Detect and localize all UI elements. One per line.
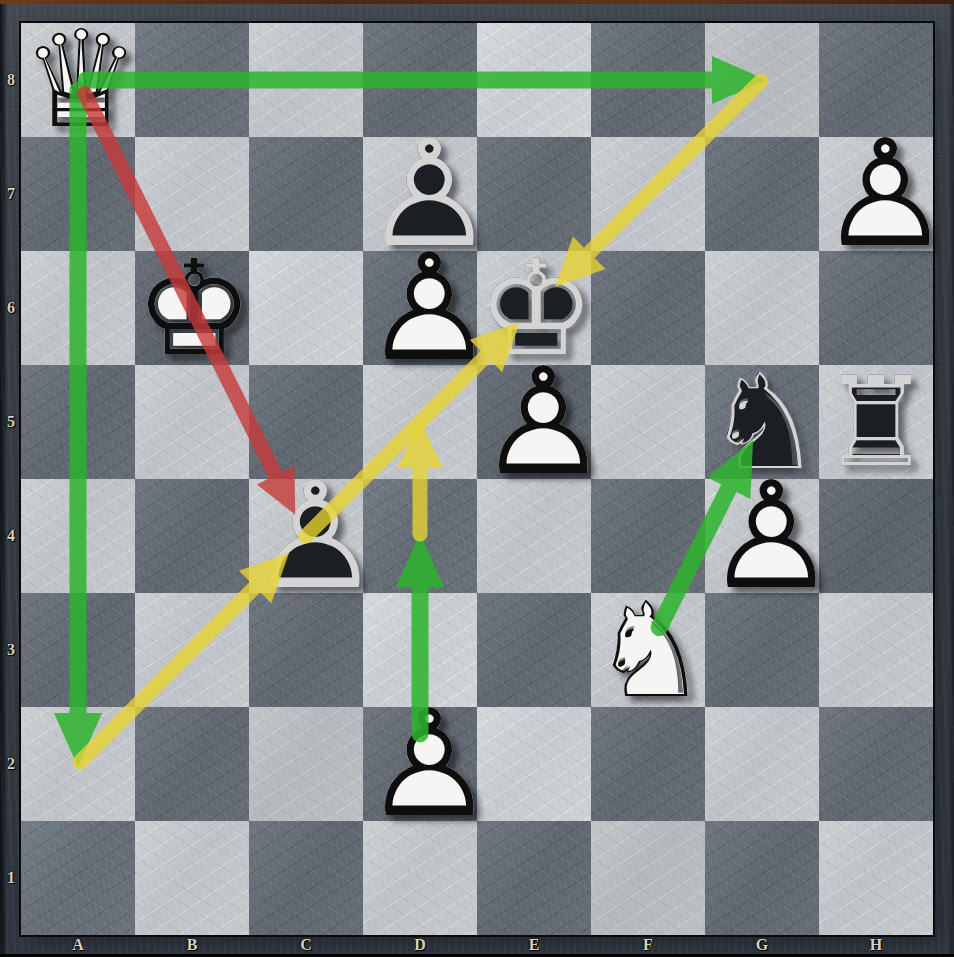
piece-white-pawn-h7[interactable]: ♟♙ [819, 137, 933, 251]
pawn-outline: ♙ [477, 365, 591, 479]
file-label-d: D [363, 935, 477, 957]
chess-analysis-board: ♛♕♟♙♟♙♚♔♟♙♚♔♟♙♞♘♜♖♟♙♟♙♞♘♟♙ ABCDEFGH87654… [0, 0, 954, 957]
rank-label-1: 1 [0, 821, 22, 935]
frame-top-wood-edge [0, 0, 954, 4]
piece-white-queen-a8[interactable]: ♛♕ [21, 23, 135, 137]
pawn-outline: ♙ [363, 707, 477, 821]
piece-white-pawn-g4[interactable]: ♟♙ [705, 479, 819, 593]
pawn-outline: ♙ [819, 137, 933, 251]
rank-label-5: 5 [0, 365, 22, 479]
piece-white-pawn-d2[interactable]: ♟♙ [363, 707, 477, 821]
piece-white-knight-f3[interactable]: ♞♘ [591, 593, 705, 707]
file-label-c: C [249, 935, 363, 957]
pawn-outline: ♙ [249, 479, 363, 593]
pieces-layer: ♛♕♟♙♟♙♚♔♟♙♚♔♟♙♞♘♜♖♟♙♟♙♞♘♟♙ [0, 0, 954, 957]
piece-black-pawn-c4[interactable]: ♟♙ [249, 479, 363, 593]
king-outline: ♔ [135, 251, 249, 365]
pawn-outline: ♙ [363, 251, 477, 365]
piece-white-king-b6[interactable]: ♚♔ [135, 251, 249, 365]
rank-label-2: 2 [0, 707, 22, 821]
rank-label-8: 8 [0, 23, 22, 137]
file-label-g: G [705, 935, 819, 957]
file-label-b: B [135, 935, 249, 957]
pawn-outline: ♙ [705, 479, 819, 593]
file-label-f: F [591, 935, 705, 957]
queen-outline: ♕ [21, 23, 135, 137]
file-label-h: H [819, 935, 933, 957]
file-label-e: E [477, 935, 591, 957]
piece-white-pawn-d6[interactable]: ♟♙ [363, 251, 477, 365]
rank-label-7: 7 [0, 137, 22, 251]
rank-label-3: 3 [0, 593, 22, 707]
rank-label-4: 4 [0, 479, 22, 593]
file-label-a: A [21, 935, 135, 957]
piece-white-pawn-e5[interactable]: ♟♙ [477, 365, 591, 479]
knight-outline: ♘ [591, 593, 705, 707]
rank-label-6: 6 [0, 251, 22, 365]
